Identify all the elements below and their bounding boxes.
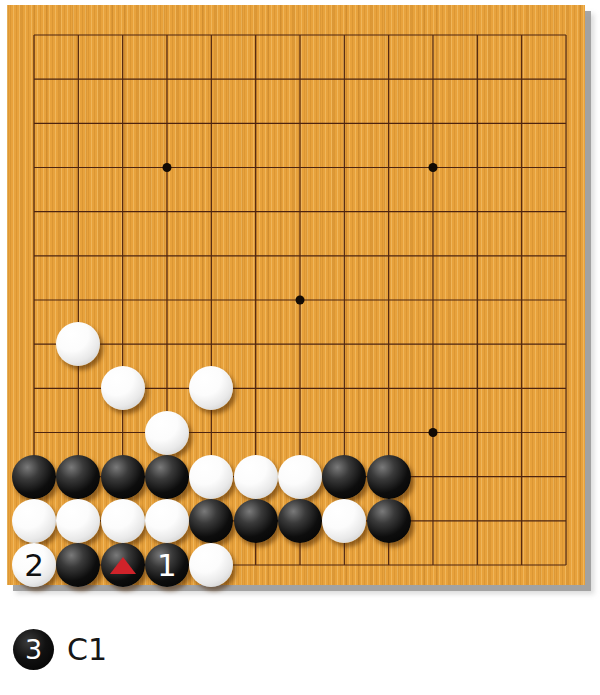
go-board: 21: [7, 5, 585, 585]
caption-move-stone: 3: [13, 629, 54, 670]
caption-coordinate: C1: [67, 635, 107, 665]
stone-black: [189, 499, 233, 543]
stone-black: [101, 455, 145, 499]
star-point: [428, 428, 437, 437]
stone-black: [322, 455, 366, 499]
stone-white: 2: [12, 543, 56, 587]
stone-white: [56, 499, 100, 543]
stone-white: [278, 455, 322, 499]
star-point: [428, 163, 437, 172]
stone-white: [189, 543, 233, 587]
star-point: [295, 296, 304, 305]
stone-white: [12, 499, 56, 543]
stone-number-label: 1: [145, 543, 189, 587]
stone-white: [101, 366, 145, 410]
stone-black: [12, 455, 56, 499]
stone-black: 1: [145, 543, 189, 587]
stone-black: [234, 499, 278, 543]
stone-black: [367, 455, 411, 499]
go-diagram-page: 21 3 C1: [0, 0, 600, 695]
move-caption: 3 C1: [13, 629, 107, 670]
stone-black: [56, 455, 100, 499]
triangle-marker-icon: [110, 557, 136, 574]
caption-move-number: 3: [25, 636, 42, 663]
stone-white: [101, 499, 145, 543]
stone-white: [234, 455, 278, 499]
stone-black: [367, 499, 411, 543]
stone-white: [145, 499, 189, 543]
stone-white: [322, 499, 366, 543]
stone-black: [101, 543, 145, 587]
stone-black: [278, 499, 322, 543]
stone-black: [56, 543, 100, 587]
stone-black: [145, 455, 189, 499]
stone-number-label: 2: [12, 543, 56, 587]
stone-white: [189, 455, 233, 499]
stone-white: [145, 411, 189, 455]
star-point: [162, 163, 171, 172]
